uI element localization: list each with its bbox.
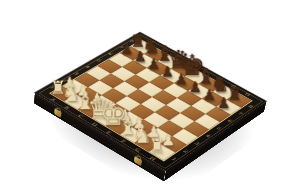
brass-latch-icon [134, 156, 142, 166]
product-photo: ♜♞♝♛♚♝♞♜♟♟♟♟♟♟♟♟♟♟♟♟♟♟♟♟♜♞♝♛♚♝♞♜ ABCDEFG… [0, 0, 300, 185]
chess-board: ♜♞♝♛♚♝♞♜♟♟♟♟♟♟♟♟♟♟♟♟♟♟♟♟♜♞♝♛♚♝♞♜ ABCDEFG… [35, 32, 267, 171]
white-rook: ♜ [137, 137, 177, 156]
brass-latch-icon [54, 108, 61, 118]
scene-3d: ♜♞♝♛♚♝♞♜♟♟♟♟♟♟♟♟♟♟♟♟♟♟♟♟♜♞♝♛♚♝♞♜ ABCDEFG… [0, 0, 300, 185]
black-pawn: ♟ [205, 96, 243, 111]
